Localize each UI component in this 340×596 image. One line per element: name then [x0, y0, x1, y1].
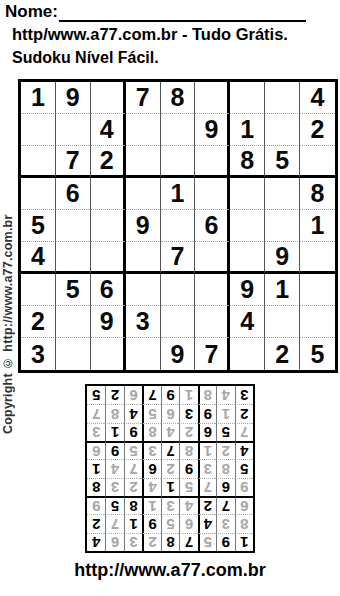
footer-url: http://www.a77.com.br: [0, 560, 340, 581]
solution-cell-r9c9: 5: [87, 386, 105, 404]
solution-cell-r7c2: 5: [216, 423, 234, 441]
solution-cell-r8c3: 9: [198, 404, 216, 422]
solution-cell-r6c5: 7: [161, 441, 179, 459]
solution-cell-r9c5: 9: [161, 386, 179, 404]
solution-cell-r2c3: 4: [198, 514, 216, 532]
puzzle-cell-r2c3: 4: [91, 114, 126, 146]
solution-cell-r5c8: 4: [105, 459, 123, 477]
puzzle-cell-r6c7[interactable]: [230, 242, 265, 274]
puzzle-cell-r2c8[interactable]: [265, 114, 300, 146]
solution-cell-r6c2: 2: [216, 441, 234, 459]
puzzle-cell-r1c7[interactable]: [230, 82, 265, 114]
puzzle-cell-r4c4[interactable]: [126, 178, 161, 210]
sudoku-worksheet-page: Nome: http/www.a77.com.br - Tudo Grátis.…: [0, 0, 340, 596]
puzzle-cell-r5c1: 5: [21, 210, 56, 242]
puzzle-cell-r2c2[interactable]: [56, 114, 91, 146]
solution-cell-r3c3: 2: [198, 496, 216, 514]
puzzle-cell-r1c2: 9: [56, 82, 91, 114]
puzzle-cell-r7c8: 1: [265, 274, 300, 306]
solution-cell-r1c8: 6: [105, 533, 123, 551]
solution-cell-r7c8: 1: [105, 423, 123, 441]
puzzle-cell-r1c6[interactable]: [195, 82, 230, 114]
solution-cell-r3c1: 6: [235, 496, 253, 514]
solution-cell-r1c2: 9: [216, 533, 234, 551]
puzzle-cell-r4c8[interactable]: [265, 178, 300, 210]
puzzle-cell-r5c8[interactable]: [265, 210, 300, 242]
solution-cell-r7c3: 6: [198, 423, 216, 441]
puzzle-cell-r6c6[interactable]: [195, 242, 230, 274]
puzzle-cell-r5c6: 6: [195, 210, 230, 242]
solution-cell-r5c1: 5: [235, 459, 253, 477]
puzzle-cell-r3c6[interactable]: [195, 146, 230, 178]
solution-cell-r5c2: 8: [216, 459, 234, 477]
solution-cell-r6c4: 8: [179, 441, 197, 459]
sudoku-puzzle-grid: 197844912728561859614795691293439725: [18, 79, 338, 373]
puzzle-cell-r2c5[interactable]: [161, 114, 196, 146]
puzzle-cell-r3c5[interactable]: [161, 146, 196, 178]
solution-cell-r8c7: 4: [124, 404, 142, 422]
puzzle-level-title: Sudoku Nível Fácil.: [12, 49, 159, 67]
solution-cell-r4c1: 9: [235, 478, 253, 496]
solution-cell-r2c2: 3: [216, 514, 234, 532]
puzzle-cell-r5c4: 9: [126, 210, 161, 242]
solution-cell-r1c5: 8: [161, 533, 179, 551]
solution-cell-r5c3: 3: [198, 459, 216, 477]
puzzle-cell-r3c4[interactable]: [126, 146, 161, 178]
puzzle-cell-r7c3: 6: [91, 274, 126, 306]
solution-cell-r6c8: 9: [105, 441, 123, 459]
puzzle-cell-r8c6[interactable]: [195, 306, 230, 338]
name-blank-line: [59, 5, 306, 22]
puzzle-cell-r2c9: 2: [300, 114, 335, 146]
puzzle-cell-r9c7[interactable]: [230, 338, 265, 370]
puzzle-cell-r8c9[interactable]: [300, 306, 335, 338]
puzzle-cell-r9c8: 2: [265, 338, 300, 370]
puzzle-cell-r2c7: 1: [230, 114, 265, 146]
solution-cell-r4c4: 5: [179, 478, 197, 496]
puzzle-cell-r1c9: 4: [300, 82, 335, 114]
puzzle-cell-r5c9: 1: [300, 210, 335, 242]
puzzle-cell-r6c1: 4: [21, 242, 56, 274]
puzzle-cell-r5c5[interactable]: [161, 210, 196, 242]
puzzle-cell-r7c5[interactable]: [161, 274, 196, 306]
copyright-vertical-text: Copyright © http://www.a77.com.br: [1, 86, 17, 434]
solution-cell-r6c7: 5: [124, 441, 142, 459]
solution-cell-r8c4: 3: [179, 404, 197, 422]
solution-cell-r2c6: 9: [142, 514, 160, 532]
puzzle-cell-r4c3[interactable]: [91, 178, 126, 210]
puzzle-cell-r6c2[interactable]: [56, 242, 91, 274]
solution-cell-r8c9: 7: [87, 404, 105, 422]
puzzle-cell-r6c8: 9: [265, 242, 300, 274]
solution-cell-r3c9: 9: [87, 496, 105, 514]
solution-cell-r2c4: 6: [179, 514, 197, 532]
puzzle-cell-r9c3[interactable]: [91, 338, 126, 370]
puzzle-cell-r3c1[interactable]: [21, 146, 56, 178]
solution-cell-r4c8: 3: [105, 478, 123, 496]
puzzle-cell-r2c1[interactable]: [21, 114, 56, 146]
solution-cell-r7c7: 9: [124, 423, 142, 441]
solution-cell-r8c5: 6: [161, 404, 179, 422]
solution-cell-r4c6: 4: [142, 478, 160, 496]
solution-cell-r7c5: 4: [161, 423, 179, 441]
solution-cell-r7c6: 8: [142, 423, 160, 441]
solution-cell-r1c3: 5: [198, 533, 216, 551]
puzzle-cell-r1c1: 1: [21, 82, 56, 114]
puzzle-cell-r4c5: 1: [161, 178, 196, 210]
solution-cell-r1c6: 2: [142, 533, 160, 551]
name-row: Nome:: [5, 2, 335, 22]
puzzle-cell-r6c5: 7: [161, 242, 196, 274]
solution-cell-r8c1: 2: [235, 404, 253, 422]
solution-cell-r9c8: 2: [105, 386, 123, 404]
solution-cell-r5c7: 7: [124, 459, 142, 477]
solution-cell-r5c4: 9: [179, 459, 197, 477]
solution-cell-r3c8: 5: [105, 496, 123, 514]
solution-cell-r3c7: 8: [124, 496, 142, 514]
solution-cell-r6c9: 6: [87, 441, 105, 459]
puzzle-cell-r8c1: 2: [21, 306, 56, 338]
puzzle-cell-r6c9[interactable]: [300, 242, 335, 274]
puzzle-cell-r7c6[interactable]: [195, 274, 230, 306]
solution-cell-r4c3: 7: [198, 478, 216, 496]
solution-cell-r2c1: 8: [235, 514, 253, 532]
solution-cell-r4c2: 6: [216, 478, 234, 496]
puzzle-cell-r9c2[interactable]: [56, 338, 91, 370]
puzzle-cell-r7c7: 9: [230, 274, 265, 306]
solution-cell-r1c9: 4: [87, 533, 105, 551]
puzzle-cell-r8c4: 3: [126, 306, 161, 338]
puzzle-cell-r4c2: 6: [56, 178, 91, 210]
puzzle-cell-r8c2[interactable]: [56, 306, 91, 338]
solution-cell-r9c6: 7: [142, 386, 160, 404]
solution-cell-r5c6: 6: [142, 459, 160, 477]
solution-cell-r8c2: 1: [216, 404, 234, 422]
solution-cell-r1c4: 7: [179, 533, 197, 551]
solution-cell-r8c6: 5: [142, 404, 160, 422]
solution-cell-r6c6: 3: [142, 441, 160, 459]
puzzle-cell-r8c5[interactable]: [161, 306, 196, 338]
puzzle-cell-r6c4[interactable]: [126, 242, 161, 274]
solution-cell-r2c9: 2: [87, 514, 105, 532]
solution-cell-r6c1: 4: [235, 441, 253, 459]
puzzle-cell-r9c6: 7: [195, 338, 230, 370]
puzzle-cell-r7c2: 5: [56, 274, 91, 306]
solution-cell-r5c5: 2: [161, 459, 179, 477]
solution-cell-r6c3: 1: [198, 441, 216, 459]
puzzle-cell-r9c1: 3: [21, 338, 56, 370]
puzzle-cell-r7c1[interactable]: [21, 274, 56, 306]
puzzle-cell-r8c3: 9: [91, 306, 126, 338]
puzzle-cell-r3c7: 8: [230, 146, 265, 178]
puzzle-cell-r1c5: 8: [161, 82, 196, 114]
solution-cell-r7c4: 2: [179, 423, 197, 441]
puzzle-cell-r3c2: 7: [56, 146, 91, 178]
puzzle-cell-r4c1[interactable]: [21, 178, 56, 210]
solution-cell-r9c4: 1: [179, 386, 197, 404]
solution-cell-r9c3: 8: [198, 386, 216, 404]
solution-cell-r7c9: 3: [87, 423, 105, 441]
solution-cell-r2c5: 5: [161, 514, 179, 532]
puzzle-cell-r5c7[interactable]: [230, 210, 265, 242]
sudoku-solution-grid-rotated: 1957823648346591726724318599675142385839…: [85, 384, 255, 553]
puzzle-cell-r9c9: 5: [300, 338, 335, 370]
puzzle-cell-r1c4: 7: [126, 82, 161, 114]
puzzle-cell-r4c6[interactable]: [195, 178, 230, 210]
solution-cell-r1c1: 1: [235, 533, 253, 551]
solution-cell-r5c9: 1: [87, 459, 105, 477]
solution-cell-r8c8: 8: [105, 404, 123, 422]
solution-cell-r2c7: 1: [124, 514, 142, 532]
puzzle-cell-r2c4[interactable]: [126, 114, 161, 146]
puzzle-cell-r8c7: 4: [230, 306, 265, 338]
solution-cell-r3c5: 3: [161, 496, 179, 514]
solution-cell-r4c5: 1: [161, 478, 179, 496]
solution-cell-r9c7: 6: [124, 386, 142, 404]
solution-cell-r2c8: 7: [105, 514, 123, 532]
puzzle-cell-r3c3: 2: [91, 146, 126, 178]
puzzle-cell-r9c5: 9: [161, 338, 196, 370]
puzzle-cell-r1c8[interactable]: [265, 82, 300, 114]
name-label: Nome:: [5, 2, 58, 21]
puzzle-cell-r3c8: 5: [265, 146, 300, 178]
puzzle-cell-r4c9: 8: [300, 178, 335, 210]
solution-cell-r3c6: 1: [142, 496, 160, 514]
puzzle-cell-r2c6: 9: [195, 114, 230, 146]
solution-cell-r4c9: 8: [87, 478, 105, 496]
puzzle-cell-r9c4[interactable]: [126, 338, 161, 370]
solution-cell-r9c2: 4: [216, 386, 234, 404]
solution-cell-r3c4: 4: [179, 496, 197, 514]
puzzle-cell-r4c7[interactable]: [230, 178, 265, 210]
puzzle-cell-r7c4[interactable]: [126, 274, 161, 306]
puzzle-cell-r6c3[interactable]: [91, 242, 126, 274]
puzzle-cell-r1c3[interactable]: [91, 82, 126, 114]
puzzle-cell-r5c2[interactable]: [56, 210, 91, 242]
puzzle-cell-r5c3[interactable]: [91, 210, 126, 242]
site-title: http/www.a77.com.br - Tudo Grátis.: [12, 25, 288, 44]
puzzle-cell-r8c8[interactable]: [265, 306, 300, 338]
solution-cell-r9c1: 3: [235, 386, 253, 404]
solution-cell-r1c7: 3: [124, 533, 142, 551]
solution-cell-r7c1: 7: [235, 423, 253, 441]
puzzle-cell-r7c9[interactable]: [300, 274, 335, 306]
solution-cell-r4c7: 2: [124, 478, 142, 496]
solution-cell-r3c2: 7: [216, 496, 234, 514]
puzzle-cell-r3c9[interactable]: [300, 146, 335, 178]
